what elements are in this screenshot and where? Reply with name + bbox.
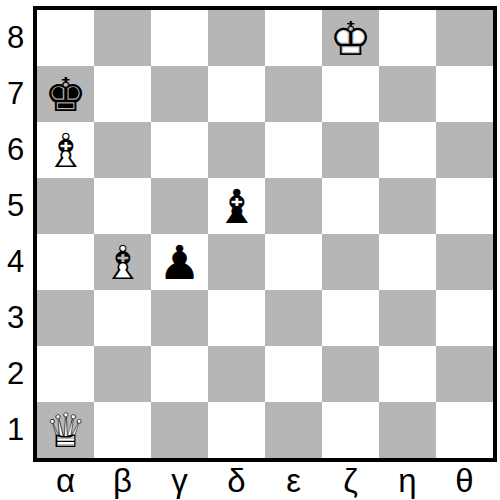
rank-label-4: 4 <box>0 234 31 290</box>
square-c5[interactable] <box>151 178 208 234</box>
white-king[interactable]: ♚♔ <box>322 10 379 66</box>
file-label-a: α <box>37 462 94 500</box>
white-queen[interactable]: ♛♕ <box>37 402 94 458</box>
square-b3[interactable] <box>94 290 151 346</box>
file-label-h: θ <box>436 462 493 500</box>
white-bishop[interactable]: ♝♗ <box>94 234 151 290</box>
square-a2[interactable] <box>37 346 94 402</box>
king-glyph: ♔ <box>322 10 379 66</box>
queen-glyph: ♕ <box>37 402 94 458</box>
square-e1[interactable] <box>265 402 322 458</box>
square-f3[interactable] <box>322 290 379 346</box>
square-a1[interactable]: ♛♕ <box>37 402 94 458</box>
square-b5[interactable] <box>94 178 151 234</box>
square-g5[interactable] <box>379 178 436 234</box>
square-h6[interactable] <box>436 122 493 178</box>
square-d3[interactable] <box>208 290 265 346</box>
pawn-glyph: ♟ <box>151 234 208 290</box>
square-a3[interactable] <box>37 290 94 346</box>
square-g7[interactable] <box>379 66 436 122</box>
square-d8[interactable] <box>208 10 265 66</box>
square-e3[interactable] <box>265 290 322 346</box>
black-bishop[interactable]: ♝ <box>208 178 265 234</box>
square-c3[interactable] <box>151 290 208 346</box>
square-f6[interactable] <box>322 122 379 178</box>
square-f8[interactable]: ♚♔ <box>322 10 379 66</box>
square-h2[interactable] <box>436 346 493 402</box>
square-d2[interactable] <box>208 346 265 402</box>
file-labels: αβγδεζηθ <box>37 462 493 500</box>
rank-label-7: 7 <box>0 66 31 122</box>
square-d5[interactable]: ♝ <box>208 178 265 234</box>
file-label-f: ζ <box>322 462 379 500</box>
chess-diagram: 87654321 ♚♔♚♝♗♝♝♗♟♛♕ αβγδεζηθ <box>0 0 500 500</box>
square-e2[interactable] <box>265 346 322 402</box>
square-d7[interactable] <box>208 66 265 122</box>
square-d4[interactable] <box>208 234 265 290</box>
bishop-glyph: ♝ <box>208 178 265 234</box>
square-b1[interactable] <box>94 402 151 458</box>
rank-label-6: 6 <box>0 122 31 178</box>
square-g1[interactable] <box>379 402 436 458</box>
white-bishop[interactable]: ♝♗ <box>37 122 94 178</box>
square-g2[interactable] <box>379 346 436 402</box>
rank-label-2: 2 <box>0 346 31 402</box>
square-f5[interactable] <box>322 178 379 234</box>
square-c8[interactable] <box>151 10 208 66</box>
square-h4[interactable] <box>436 234 493 290</box>
square-e8[interactable] <box>265 10 322 66</box>
square-a6[interactable]: ♝♗ <box>37 122 94 178</box>
square-b7[interactable] <box>94 66 151 122</box>
square-e6[interactable] <box>265 122 322 178</box>
square-f4[interactable] <box>322 234 379 290</box>
square-c6[interactable] <box>151 122 208 178</box>
square-b4[interactable]: ♝♗ <box>94 234 151 290</box>
chess-board: ♚♔♚♝♗♝♝♗♟♛♕ <box>33 6 497 462</box>
square-g3[interactable] <box>379 290 436 346</box>
file-label-e: ε <box>265 462 322 500</box>
bishop-glyph: ♗ <box>94 234 151 290</box>
square-d1[interactable] <box>208 402 265 458</box>
file-label-c: γ <box>151 462 208 500</box>
square-a5[interactable] <box>37 178 94 234</box>
black-king[interactable]: ♚ <box>37 66 94 122</box>
square-g4[interactable] <box>379 234 436 290</box>
square-a8[interactable] <box>37 10 94 66</box>
square-c7[interactable] <box>151 66 208 122</box>
square-f2[interactable] <box>322 346 379 402</box>
square-h1[interactable] <box>436 402 493 458</box>
square-e5[interactable] <box>265 178 322 234</box>
square-b8[interactable] <box>94 10 151 66</box>
square-h7[interactable] <box>436 66 493 122</box>
square-d6[interactable] <box>208 122 265 178</box>
square-g6[interactable] <box>379 122 436 178</box>
square-g8[interactable] <box>379 10 436 66</box>
file-label-d: δ <box>208 462 265 500</box>
rank-labels: 87654321 <box>0 10 31 458</box>
square-b2[interactable] <box>94 346 151 402</box>
square-c1[interactable] <box>151 402 208 458</box>
square-c2[interactable] <box>151 346 208 402</box>
file-label-g: η <box>379 462 436 500</box>
square-a7[interactable]: ♚ <box>37 66 94 122</box>
square-f7[interactable] <box>322 66 379 122</box>
square-e7[interactable] <box>265 66 322 122</box>
square-c4[interactable]: ♟ <box>151 234 208 290</box>
king-glyph: ♚ <box>37 66 94 122</box>
rank-label-3: 3 <box>0 290 31 346</box>
square-h8[interactable] <box>436 10 493 66</box>
square-a4[interactable] <box>37 234 94 290</box>
square-b6[interactable] <box>94 122 151 178</box>
file-label-b: β <box>94 462 151 500</box>
rank-label-8: 8 <box>0 10 31 66</box>
black-pawn[interactable]: ♟ <box>151 234 208 290</box>
square-f1[interactable] <box>322 402 379 458</box>
bishop-glyph: ♗ <box>37 122 94 178</box>
square-h5[interactable] <box>436 178 493 234</box>
rank-label-1: 1 <box>0 402 31 458</box>
square-e4[interactable] <box>265 234 322 290</box>
rank-label-5: 5 <box>0 178 31 234</box>
square-h3[interactable] <box>436 290 493 346</box>
